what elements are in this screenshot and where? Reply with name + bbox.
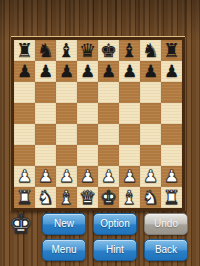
square-d4[interactable] [77, 124, 98, 145]
piece-white-pawn: ♟ [164, 166, 179, 187]
piece-white-pawn: ♟ [101, 166, 116, 187]
square-g1[interactable]: ♞ [140, 187, 161, 208]
square-b5[interactable] [35, 103, 56, 124]
square-d3[interactable] [77, 145, 98, 166]
piece-white-pawn: ♟ [38, 166, 53, 187]
square-c3[interactable] [56, 145, 77, 166]
square-b1[interactable]: ♞ [35, 187, 56, 208]
square-g7[interactable]: ♟ [140, 61, 161, 82]
chess-board-grid: ♜♞♝♛♚♝♞♜♟♟♟♟♟♟♟♟♟♟♟♟♟♟♟♟♜♞♝♛♚♝♞♜ [14, 40, 182, 208]
square-f6[interactable] [119, 82, 140, 103]
piece-black-king: ♚ [100, 40, 117, 61]
square-e1[interactable]: ♚ [98, 187, 119, 208]
square-e4[interactable] [98, 124, 119, 145]
square-h1[interactable]: ♜ [161, 187, 182, 208]
square-g3[interactable] [140, 145, 161, 166]
piece-black-knight: ♞ [142, 40, 159, 61]
square-d7[interactable]: ♟ [77, 61, 98, 82]
piece-white-pawn: ♟ [122, 166, 137, 187]
piece-white-knight: ♞ [142, 187, 159, 208]
square-d6[interactable] [77, 82, 98, 103]
piece-white-queen: ♛ [79, 187, 96, 208]
piece-black-pawn: ♟ [122, 61, 137, 82]
square-a8[interactable]: ♜ [14, 40, 35, 61]
square-a5[interactable] [14, 103, 35, 124]
square-h5[interactable] [161, 103, 182, 124]
square-f2[interactable]: ♟ [119, 166, 140, 187]
piece-black-bishop: ♝ [121, 40, 138, 61]
square-e2[interactable]: ♟ [98, 166, 119, 187]
piece-white-bishop: ♝ [121, 187, 138, 208]
undo-button[interactable]: Undo [144, 213, 188, 235]
piece-white-rook: ♜ [16, 187, 33, 208]
square-d8[interactable]: ♛ [77, 40, 98, 61]
square-d2[interactable]: ♟ [77, 166, 98, 187]
piece-white-rook: ♜ [163, 187, 180, 208]
square-a1[interactable]: ♜ [14, 187, 35, 208]
chess-app-screen: ♜♞♝♛♚♝♞♜♟♟♟♟♟♟♟♟♟♟♟♟♟♟♟♟♜♞♝♛♚♝♞♜ ♚ New O… [0, 0, 200, 266]
piece-black-rook: ♜ [163, 40, 180, 61]
square-e6[interactable] [98, 82, 119, 103]
square-c8[interactable]: ♝ [56, 40, 77, 61]
square-d1[interactable]: ♛ [77, 187, 98, 208]
piece-black-queen: ♛ [79, 40, 96, 61]
piece-white-pawn: ♟ [143, 166, 158, 187]
chess-board: ♜♞♝♛♚♝♞♜♟♟♟♟♟♟♟♟♟♟♟♟♟♟♟♟♜♞♝♛♚♝♞♜ [11, 37, 185, 211]
square-b8[interactable]: ♞ [35, 40, 56, 61]
new-button[interactable]: New [42, 213, 86, 235]
piece-white-pawn: ♟ [59, 166, 74, 187]
square-a6[interactable] [14, 82, 35, 103]
square-a4[interactable] [14, 124, 35, 145]
square-e8[interactable]: ♚ [98, 40, 119, 61]
square-b2[interactable]: ♟ [35, 166, 56, 187]
square-h6[interactable] [161, 82, 182, 103]
piece-white-pawn: ♟ [17, 166, 32, 187]
piece-white-bishop: ♝ [58, 187, 75, 208]
piece-black-pawn: ♟ [59, 61, 74, 82]
square-c6[interactable] [56, 82, 77, 103]
square-a3[interactable] [14, 145, 35, 166]
menu-button[interactable]: Menu [42, 239, 86, 261]
piece-white-knight: ♞ [37, 187, 54, 208]
square-a7[interactable]: ♟ [14, 61, 35, 82]
square-c4[interactable] [56, 124, 77, 145]
square-c5[interactable] [56, 103, 77, 124]
square-h7[interactable]: ♟ [161, 61, 182, 82]
square-e3[interactable] [98, 145, 119, 166]
hint-button[interactable]: Hint [93, 239, 137, 261]
square-h2[interactable]: ♟ [161, 166, 182, 187]
square-b4[interactable] [35, 124, 56, 145]
piece-white-pawn: ♟ [80, 166, 95, 187]
square-g6[interactable] [140, 82, 161, 103]
piece-black-rook: ♜ [16, 40, 33, 61]
option-button[interactable]: Option [93, 213, 137, 235]
square-g5[interactable] [140, 103, 161, 124]
square-h3[interactable] [161, 145, 182, 166]
square-h8[interactable]: ♜ [161, 40, 182, 61]
square-b3[interactable] [35, 145, 56, 166]
square-c1[interactable]: ♝ [56, 187, 77, 208]
square-f4[interactable] [119, 124, 140, 145]
square-c7[interactable]: ♟ [56, 61, 77, 82]
piece-black-knight: ♞ [37, 40, 54, 61]
white-turn-indicator-icon: ♚ [9, 209, 33, 239]
piece-black-pawn: ♟ [143, 61, 158, 82]
square-a2[interactable]: ♟ [14, 166, 35, 187]
piece-black-bishop: ♝ [58, 40, 75, 61]
square-d5[interactable] [77, 103, 98, 124]
square-g4[interactable] [140, 124, 161, 145]
square-g2[interactable]: ♟ [140, 166, 161, 187]
square-f5[interactable] [119, 103, 140, 124]
square-f1[interactable]: ♝ [119, 187, 140, 208]
piece-white-king: ♚ [100, 187, 117, 208]
square-f7[interactable]: ♟ [119, 61, 140, 82]
square-c2[interactable]: ♟ [56, 166, 77, 187]
square-e7[interactable]: ♟ [98, 61, 119, 82]
square-g8[interactable]: ♞ [140, 40, 161, 61]
piece-black-pawn: ♟ [17, 61, 32, 82]
piece-black-pawn: ♟ [164, 61, 179, 82]
piece-black-pawn: ♟ [80, 61, 95, 82]
square-h4[interactable] [161, 124, 182, 145]
piece-black-pawn: ♟ [38, 61, 53, 82]
square-f8[interactable]: ♝ [119, 40, 140, 61]
square-b7[interactable]: ♟ [35, 61, 56, 82]
square-e5[interactable] [98, 103, 119, 124]
square-b6[interactable] [35, 82, 56, 103]
square-f3[interactable] [119, 145, 140, 166]
back-button[interactable]: Back [144, 239, 188, 261]
piece-black-pawn: ♟ [101, 61, 116, 82]
